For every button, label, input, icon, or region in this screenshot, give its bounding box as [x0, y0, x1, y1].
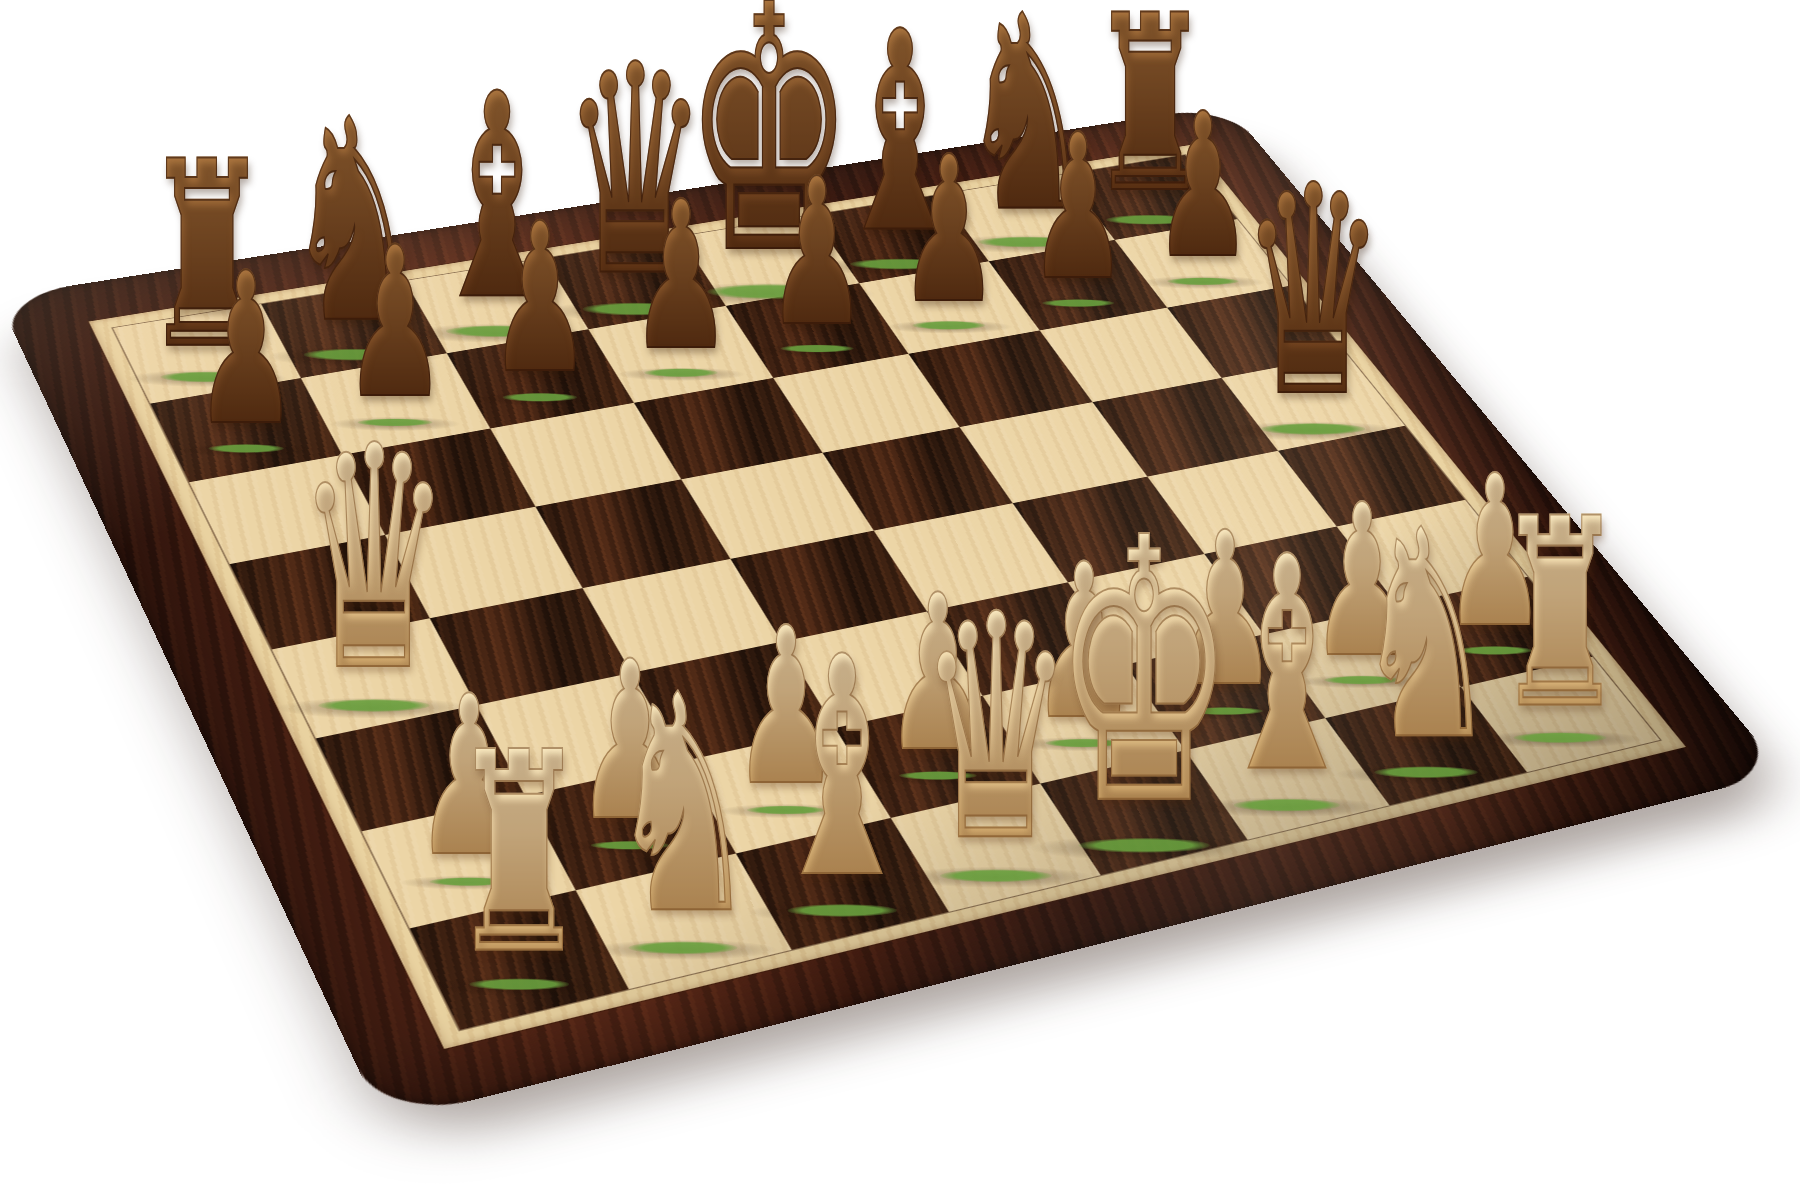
white-knight-g1[interactable]: ♞: [1354, 492, 1498, 779]
black-pawn-d7[interactable]: ♟: [629, 174, 732, 378]
black-pawn-e7[interactable]: ♟: [766, 151, 868, 354]
black-pawn-h7[interactable]: ♟: [1153, 88, 1253, 287]
scene: ♜♞♝♛♚♝♞♜♟♟♟♟♟♟♟♟♛♛♟♟♟♟♟♟♟♟♜♞♝♛♚♝♞♜: [0, 0, 1800, 1200]
white-king-e1[interactable]: ♚: [1052, 491, 1235, 855]
white-bishop-c1[interactable]: ♝: [766, 617, 918, 919]
black-pawn-f7[interactable]: ♟: [899, 130, 1000, 331]
white-bishop-f1[interactable]: ♝: [1213, 518, 1361, 813]
black-pawn-g7[interactable]: ♟: [1028, 108, 1128, 308]
black-pawn-a7[interactable]: ♟: [194, 245, 299, 454]
black-queen-h5[interactable]: ♛: [1241, 148, 1386, 437]
black-pawn-c7[interactable]: ♟: [488, 197, 591, 403]
white-rook-h1[interactable]: ♜: [1495, 485, 1626, 745]
white-knight-b1[interactable]: ♞: [608, 656, 758, 956]
pieces-layer: ♜♞♝♛♚♝♞♜♟♟♟♟♟♟♟♟♛♛♟♟♟♟♟♟♟♟♜♞♝♛♚♝♞♜: [0, 0, 1800, 1200]
white-queen-d1[interactable]: ♛: [918, 574, 1074, 884]
white-rook-a1[interactable]: ♜: [450, 716, 588, 992]
